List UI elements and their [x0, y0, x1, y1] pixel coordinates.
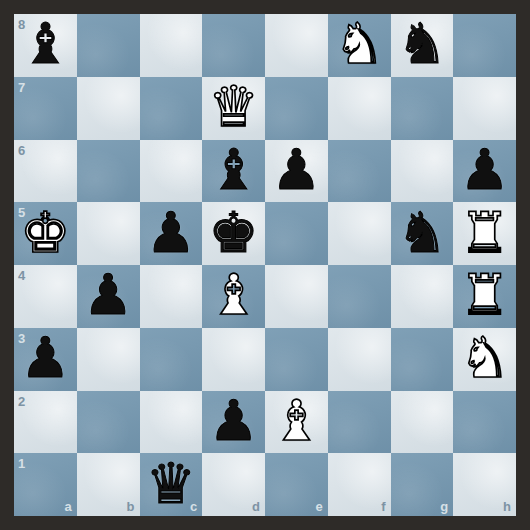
square-d4[interactable]: ♝ [202, 265, 265, 328]
black-queen[interactable]: ♛ [146, 456, 196, 512]
square-d3[interactable] [202, 328, 265, 391]
black-pawn[interactable]: ♟ [83, 267, 133, 323]
square-b3[interactable] [77, 328, 140, 391]
square-b6[interactable] [77, 140, 140, 203]
square-g1[interactable]: g [391, 453, 454, 516]
square-e1[interactable]: e [265, 453, 328, 516]
square-a8[interactable]: 8♝ [14, 14, 77, 77]
square-e3[interactable] [265, 328, 328, 391]
square-g4[interactable] [391, 265, 454, 328]
white-rook[interactable]: ♜ [460, 205, 510, 261]
white-rook[interactable]: ♜ [460, 267, 510, 323]
square-f2[interactable] [328, 391, 391, 454]
chess-board: 8♝♞♞7♛6♝♟♟5♚♟♚♞♜4♟♝♜3♟♞2♟♝1abc♛defgh [14, 14, 516, 516]
square-e4[interactable] [265, 265, 328, 328]
black-knight[interactable]: ♞ [397, 16, 447, 72]
square-b8[interactable] [77, 14, 140, 77]
black-knight[interactable]: ♞ [397, 205, 447, 261]
square-h2[interactable] [453, 391, 516, 454]
square-a4[interactable]: 4 [14, 265, 77, 328]
square-a1[interactable]: 1a [14, 453, 77, 516]
square-g5[interactable]: ♞ [391, 202, 454, 265]
square-h8[interactable] [453, 14, 516, 77]
white-knight[interactable]: ♞ [460, 330, 510, 386]
square-f7[interactable] [328, 77, 391, 140]
square-e5[interactable] [265, 202, 328, 265]
file-label-e: e [316, 500, 323, 513]
square-h3[interactable]: ♞ [453, 328, 516, 391]
rank-label-2: 2 [18, 395, 25, 408]
square-c7[interactable] [140, 77, 203, 140]
square-d8[interactable] [202, 14, 265, 77]
black-pawn[interactable]: ♟ [460, 142, 510, 198]
file-label-h: h [503, 500, 511, 513]
square-f4[interactable] [328, 265, 391, 328]
square-f1[interactable]: f [328, 453, 391, 516]
file-label-f: f [381, 500, 385, 513]
square-c4[interactable] [140, 265, 203, 328]
square-f5[interactable] [328, 202, 391, 265]
square-e7[interactable] [265, 77, 328, 140]
square-d2[interactable]: ♟ [202, 391, 265, 454]
file-label-a: a [65, 500, 72, 513]
square-b2[interactable] [77, 391, 140, 454]
square-c1[interactable]: c♛ [140, 453, 203, 516]
black-pawn[interactable]: ♟ [209, 393, 259, 449]
square-b5[interactable] [77, 202, 140, 265]
file-label-g: g [440, 500, 448, 513]
square-c8[interactable] [140, 14, 203, 77]
square-h5[interactable]: ♜ [453, 202, 516, 265]
square-d5[interactable]: ♚ [202, 202, 265, 265]
square-a7[interactable]: 7 [14, 77, 77, 140]
square-g2[interactable] [391, 391, 454, 454]
square-c6[interactable] [140, 140, 203, 203]
square-b7[interactable] [77, 77, 140, 140]
black-pawn[interactable]: ♟ [146, 205, 196, 261]
file-label-b: b [127, 500, 135, 513]
square-f8[interactable]: ♞ [328, 14, 391, 77]
square-b4[interactable]: ♟ [77, 265, 140, 328]
square-g8[interactable]: ♞ [391, 14, 454, 77]
square-g3[interactable] [391, 328, 454, 391]
square-e2[interactable]: ♝ [265, 391, 328, 454]
white-king[interactable]: ♚ [20, 205, 70, 261]
black-bishop[interactable]: ♝ [209, 142, 259, 198]
square-e8[interactable] [265, 14, 328, 77]
square-c5[interactable]: ♟ [140, 202, 203, 265]
square-h7[interactable] [453, 77, 516, 140]
square-g6[interactable] [391, 140, 454, 203]
square-g7[interactable] [391, 77, 454, 140]
white-bishop[interactable]: ♝ [271, 393, 321, 449]
rank-label-4: 4 [18, 269, 25, 282]
square-c2[interactable] [140, 391, 203, 454]
black-pawn[interactable]: ♟ [20, 330, 70, 386]
file-label-d: d [252, 500, 260, 513]
square-a5[interactable]: 5♚ [14, 202, 77, 265]
square-a2[interactable]: 2 [14, 391, 77, 454]
square-h6[interactable]: ♟ [453, 140, 516, 203]
square-e6[interactable]: ♟ [265, 140, 328, 203]
rank-label-1: 1 [18, 457, 25, 470]
square-h1[interactable]: h [453, 453, 516, 516]
black-bishop[interactable]: ♝ [20, 16, 70, 72]
square-f6[interactable] [328, 140, 391, 203]
rank-label-7: 7 [18, 81, 25, 94]
white-queen[interactable]: ♛ [209, 79, 259, 135]
black-king[interactable]: ♚ [209, 205, 259, 261]
white-bishop[interactable]: ♝ [209, 267, 259, 323]
square-a3[interactable]: 3♟ [14, 328, 77, 391]
white-knight[interactable]: ♞ [334, 16, 384, 72]
square-c3[interactable] [140, 328, 203, 391]
square-h4[interactable]: ♜ [453, 265, 516, 328]
rank-label-6: 6 [18, 144, 25, 157]
square-d6[interactable]: ♝ [202, 140, 265, 203]
square-b1[interactable]: b [77, 453, 140, 516]
square-f3[interactable] [328, 328, 391, 391]
square-a6[interactable]: 6 [14, 140, 77, 203]
square-d1[interactable]: d [202, 453, 265, 516]
black-pawn[interactable]: ♟ [271, 142, 321, 198]
square-d7[interactable]: ♛ [202, 77, 265, 140]
